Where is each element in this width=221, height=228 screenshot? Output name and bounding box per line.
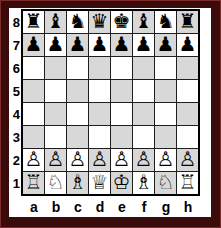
square-f6[interactable] [133, 57, 154, 79]
square-e8[interactable]: ♚ [111, 11, 132, 33]
square-a6[interactable] [23, 57, 44, 79]
square-c2[interactable]: ♙ [67, 149, 88, 171]
square-a8[interactable]: ♜ [23, 11, 44, 33]
square-b1[interactable]: ♘ [45, 172, 66, 194]
square-h2[interactable]: ♙ [177, 149, 198, 171]
square-h7[interactable]: ♟ [177, 34, 198, 56]
file-label-g: g [155, 196, 177, 217]
square-f5[interactable] [133, 80, 154, 102]
square-c6[interactable] [67, 57, 88, 79]
piece-white-knight[interactable]: ♘ [47, 172, 65, 192]
board: ♜♝♞♛♚♝♞♜♟♟♟♟♟♟♟♟♙♙♙♙♙♙♙♙♖♘♗♕♔♗♘♖ [21, 9, 200, 196]
square-f3[interactable] [133, 126, 154, 148]
board-panel: 87654321 ♜♝♞♛♚♝♞♜♟♟♟♟♟♟♟♟♙♙♙♙♙♙♙♙♖♘♗♕♔♗♘… [9, 8, 211, 217]
file-label-a: a [23, 196, 45, 217]
square-e2[interactable]: ♙ [111, 149, 132, 171]
square-d4[interactable] [89, 103, 110, 125]
square-b4[interactable] [45, 103, 66, 125]
rank-labels: 87654321 [9, 11, 20, 195]
square-e4[interactable] [111, 103, 132, 125]
piece-white-pawn[interactable]: ♙ [179, 149, 197, 169]
square-c3[interactable] [67, 126, 88, 148]
piece-white-rook[interactable]: ♖ [25, 172, 43, 192]
rank-label-4: 4 [9, 103, 20, 126]
chess-diagram: { "game": "chess", "position": { "fen": … [0, 0, 221, 228]
rank-label-6: 6 [9, 57, 20, 80]
square-a4[interactable] [23, 103, 44, 125]
square-b6[interactable] [45, 57, 66, 79]
square-a5[interactable] [23, 80, 44, 102]
piece-white-pawn[interactable]: ♙ [25, 149, 43, 169]
square-c7[interactable]: ♟ [67, 34, 88, 56]
file-label-c: c [67, 196, 89, 217]
piece-black-knight[interactable]: ♞ [157, 11, 175, 31]
square-c8[interactable]: ♞ [67, 11, 88, 33]
square-c1[interactable]: ♗ [67, 172, 88, 194]
piece-black-pawn[interactable]: ♟ [157, 34, 175, 54]
square-d7[interactable]: ♟ [89, 34, 110, 56]
square-g1[interactable]: ♘ [155, 172, 176, 194]
square-h6[interactable] [177, 57, 198, 79]
square-g8[interactable]: ♞ [155, 11, 176, 33]
rank-label-5: 5 [9, 80, 20, 103]
piece-black-pawn[interactable]: ♟ [91, 34, 109, 54]
file-label-b: b [45, 196, 67, 217]
piece-white-pawn[interactable]: ♙ [135, 149, 153, 169]
square-e5[interactable] [111, 80, 132, 102]
piece-black-knight[interactable]: ♞ [69, 11, 87, 31]
rank-label-3: 3 [9, 126, 20, 149]
square-b2[interactable]: ♙ [45, 149, 66, 171]
square-e3[interactable] [111, 126, 132, 148]
square-d3[interactable] [89, 126, 110, 148]
piece-white-bishop[interactable]: ♗ [135, 172, 153, 192]
piece-black-pawn[interactable]: ♟ [47, 34, 65, 54]
square-a1[interactable]: ♖ [23, 172, 44, 194]
piece-black-bishop[interactable]: ♝ [47, 11, 65, 31]
piece-black-king[interactable]: ♚ [113, 11, 131, 31]
square-h8[interactable]: ♜ [177, 11, 198, 33]
square-a3[interactable] [23, 126, 44, 148]
file-label-d: d [89, 196, 111, 217]
square-h4[interactable] [177, 103, 198, 125]
piece-white-pawn[interactable]: ♙ [47, 149, 65, 169]
file-label-h: h [177, 196, 199, 217]
rank-label-1: 1 [9, 172, 20, 195]
square-e6[interactable] [111, 57, 132, 79]
square-d1[interactable]: ♕ [89, 172, 110, 194]
square-c5[interactable] [67, 80, 88, 102]
square-a2[interactable]: ♙ [23, 149, 44, 171]
square-b3[interactable] [45, 126, 66, 148]
piece-black-pawn[interactable]: ♟ [69, 34, 87, 54]
square-e7[interactable]: ♟ [111, 34, 132, 56]
square-f8[interactable]: ♝ [133, 11, 154, 33]
square-b7[interactable]: ♟ [45, 34, 66, 56]
piece-black-rook[interactable]: ♜ [179, 11, 197, 31]
square-f2[interactable]: ♙ [133, 149, 154, 171]
piece-black-pawn[interactable]: ♟ [135, 34, 153, 54]
piece-white-bishop[interactable]: ♗ [69, 172, 87, 192]
square-f7[interactable]: ♟ [133, 34, 154, 56]
square-f4[interactable] [133, 103, 154, 125]
square-a7[interactable]: ♟ [23, 34, 44, 56]
square-d8[interactable]: ♛ [89, 11, 110, 33]
piece-white-pawn[interactable]: ♙ [157, 149, 175, 169]
square-f1[interactable]: ♗ [133, 172, 154, 194]
piece-black-queen[interactable]: ♛ [91, 11, 109, 31]
piece-black-pawn[interactable]: ♟ [179, 34, 197, 54]
piece-white-queen[interactable]: ♕ [91, 172, 109, 192]
square-g6[interactable] [155, 57, 176, 79]
square-g2[interactable]: ♙ [155, 149, 176, 171]
square-b8[interactable]: ♝ [45, 11, 66, 33]
piece-white-pawn[interactable]: ♙ [91, 149, 109, 169]
square-d2[interactable]: ♙ [89, 149, 110, 171]
square-g4[interactable] [155, 103, 176, 125]
piece-white-king[interactable]: ♔ [113, 172, 131, 192]
square-g7[interactable]: ♟ [155, 34, 176, 56]
square-h1[interactable]: ♖ [177, 172, 198, 194]
square-h3[interactable] [177, 126, 198, 148]
piece-black-rook[interactable]: ♜ [25, 11, 43, 31]
rank-label-2: 2 [9, 149, 20, 172]
piece-white-pawn[interactable]: ♙ [69, 149, 87, 169]
square-d6[interactable] [89, 57, 110, 79]
square-c4[interactable] [67, 103, 88, 125]
piece-black-bishop[interactable]: ♝ [135, 11, 153, 31]
square-b5[interactable] [45, 80, 66, 102]
square-g5[interactable] [155, 80, 176, 102]
square-h5[interactable] [177, 80, 198, 102]
piece-white-pawn[interactable]: ♙ [113, 149, 131, 169]
square-g3[interactable] [155, 126, 176, 148]
file-label-f: f [133, 196, 155, 217]
file-label-e: e [111, 196, 133, 217]
rank-label-8: 8 [9, 11, 20, 34]
piece-black-pawn[interactable]: ♟ [113, 34, 131, 54]
square-e1[interactable]: ♔ [111, 172, 132, 194]
piece-white-knight[interactable]: ♘ [157, 172, 175, 192]
rank-label-7: 7 [9, 34, 20, 57]
piece-black-pawn[interactable]: ♟ [25, 34, 43, 54]
piece-white-rook[interactable]: ♖ [179, 172, 197, 192]
square-d5[interactable] [89, 80, 110, 102]
file-labels: abcdefgh [23, 196, 199, 217]
